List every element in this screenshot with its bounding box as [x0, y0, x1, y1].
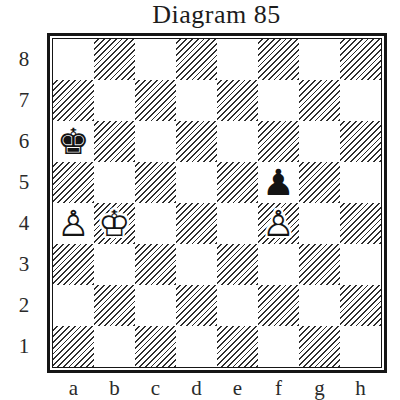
square-b4: ♚♔	[94, 203, 135, 244]
square-h6	[340, 121, 381, 162]
file-labels: abcdefgh	[53, 376, 381, 400]
file-label-d: d	[176, 376, 217, 400]
file-label-a: a	[53, 376, 94, 400]
piece-white-king-b4: ♚♔	[94, 203, 135, 244]
square-f1	[258, 326, 299, 367]
square-d2	[176, 285, 217, 326]
piece-glyph: ♙	[53, 203, 94, 244]
square-d7	[176, 80, 217, 121]
rank-label-1: 1	[4, 326, 44, 367]
square-e6	[217, 121, 258, 162]
square-f4: ♟♙	[258, 203, 299, 244]
square-d1	[176, 326, 217, 367]
square-b5	[94, 162, 135, 203]
square-h7	[340, 80, 381, 121]
square-c6	[135, 121, 176, 162]
file-label-f: f	[258, 376, 299, 400]
square-a1	[53, 326, 94, 367]
file-label-c: c	[135, 376, 176, 400]
square-g8	[299, 39, 340, 80]
square-a7	[53, 80, 94, 121]
square-a8	[53, 39, 94, 80]
square-h3	[340, 244, 381, 285]
piece-white-pawn-f4: ♟♙	[258, 203, 299, 244]
square-e4	[217, 203, 258, 244]
piece-glyph: ♟	[258, 162, 299, 203]
square-c8	[135, 39, 176, 80]
rank-label-5: 5	[4, 162, 44, 203]
square-h2	[340, 285, 381, 326]
chess-board-inner-frame: ♚♚♟♟♟♙♚♔♟♙	[52, 38, 382, 368]
square-h4	[340, 203, 381, 244]
piece-glyph: ♚	[53, 121, 94, 162]
square-d3	[176, 244, 217, 285]
rank-label-3: 3	[4, 244, 44, 285]
square-b2	[94, 285, 135, 326]
rank-labels: 87654321	[4, 39, 44, 367]
square-f5: ♟♟	[258, 162, 299, 203]
square-d8	[176, 39, 217, 80]
square-c4	[135, 203, 176, 244]
square-f3	[258, 244, 299, 285]
square-d4	[176, 203, 217, 244]
square-h1	[340, 326, 381, 367]
rank-label-8: 8	[4, 39, 44, 80]
square-h5	[340, 162, 381, 203]
square-f6	[258, 121, 299, 162]
square-e5	[217, 162, 258, 203]
square-b6	[94, 121, 135, 162]
rank-label-7: 7	[4, 80, 44, 121]
chess-board: ♚♚♟♟♟♙♚♔♟♙	[47, 33, 387, 373]
piece-glyph: ♙	[258, 203, 299, 244]
square-f7	[258, 80, 299, 121]
square-c3	[135, 244, 176, 285]
square-d6	[176, 121, 217, 162]
square-a6: ♚♚	[53, 121, 94, 162]
square-b8	[94, 39, 135, 80]
file-label-g: g	[299, 376, 340, 400]
rank-label-2: 2	[4, 285, 44, 326]
rank-label-4: 4	[4, 203, 44, 244]
square-e3	[217, 244, 258, 285]
file-label-e: e	[217, 376, 258, 400]
square-c7	[135, 80, 176, 121]
square-b7	[94, 80, 135, 121]
square-g7	[299, 80, 340, 121]
square-b3	[94, 244, 135, 285]
square-g5	[299, 162, 340, 203]
square-e7	[217, 80, 258, 121]
square-c5	[135, 162, 176, 203]
square-c2	[135, 285, 176, 326]
square-a4: ♟♙	[53, 203, 94, 244]
square-e8	[217, 39, 258, 80]
file-label-b: b	[94, 376, 135, 400]
piece-black-king-a6: ♚♚	[53, 121, 94, 162]
rank-label-6: 6	[4, 121, 44, 162]
square-e1	[217, 326, 258, 367]
square-c1	[135, 326, 176, 367]
square-g4	[299, 203, 340, 244]
square-g2	[299, 285, 340, 326]
piece-black-pawn-f5: ♟♟	[258, 162, 299, 203]
square-e2	[217, 285, 258, 326]
file-label-h: h	[340, 376, 381, 400]
square-h8	[340, 39, 381, 80]
square-a2	[53, 285, 94, 326]
square-d5	[176, 162, 217, 203]
piece-glyph: ♔	[94, 203, 135, 244]
piece-white-pawn-a4: ♟♙	[53, 203, 94, 244]
diagram-title: Diagram 85	[47, 0, 386, 30]
square-g1	[299, 326, 340, 367]
square-a3	[53, 244, 94, 285]
square-b1	[94, 326, 135, 367]
chess-diagram-page: Diagram 85 87654321 ♚♚♟♟♟♙♚♔♟♙ abcdefgh	[0, 0, 400, 400]
square-f2	[258, 285, 299, 326]
board-grid: ♚♚♟♟♟♙♚♔♟♙	[53, 39, 381, 367]
square-g6	[299, 121, 340, 162]
square-g3	[299, 244, 340, 285]
square-f8	[258, 39, 299, 80]
square-a5	[53, 162, 94, 203]
